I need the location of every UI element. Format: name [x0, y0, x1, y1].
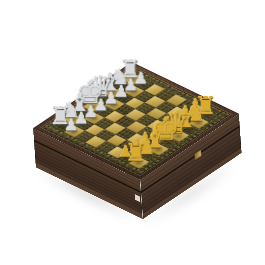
case-clasp[interactable] — [194, 149, 201, 160]
photo-stage: ♜♞♝♛♚♝♞♜♟♟♟♟♟♟♟♟♟♟♟♟♟♟♟♟♜♞♝♛♚♝♞♜ — [0, 0, 265, 265]
rook-glyph: ♜ — [118, 140, 155, 165]
wooden-case-lid: ♜♞♝♛♚♝♞♜♟♟♟♟♟♟♟♟♟♟♟♟♟♟♟♟♜♞♝♛♚♝♞♜ — [33, 62, 239, 180]
pawn-glyph: ♟ — [53, 117, 90, 133]
case-sticker-label — [135, 194, 141, 202]
